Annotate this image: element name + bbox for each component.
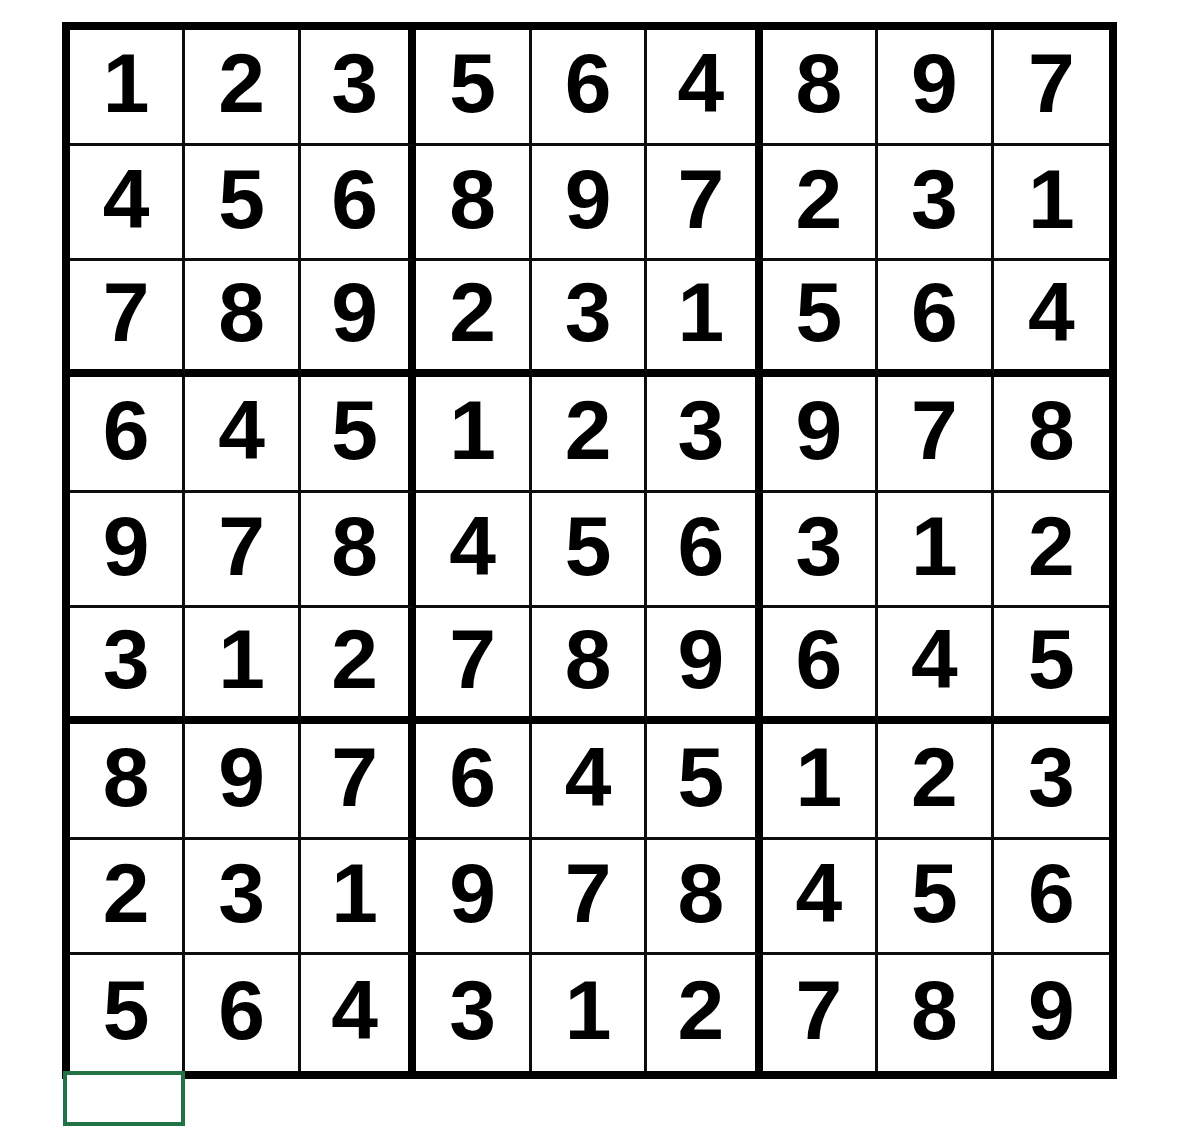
cell-r3c9[interactable]: 4: [994, 261, 1109, 377]
cell-r6c8[interactable]: 4: [878, 608, 993, 724]
cell-r1c6[interactable]: 4: [647, 30, 762, 146]
cell-r4c6[interactable]: 3: [647, 377, 762, 493]
cell-r7c2[interactable]: 9: [185, 724, 300, 840]
cell-r5c9[interactable]: 2: [994, 493, 1109, 609]
cell-r8c4[interactable]: 9: [416, 840, 531, 956]
cell-r7c8[interactable]: 2: [878, 724, 993, 840]
cell-r4c2[interactable]: 4: [185, 377, 300, 493]
cell-r7c3[interactable]: 7: [301, 724, 416, 840]
cell-r9c1[interactable]: 5: [70, 955, 185, 1071]
cell-r5c7[interactable]: 3: [763, 493, 878, 609]
cell-r3c1[interactable]: 7: [70, 261, 185, 377]
cell-r2c8[interactable]: 3: [878, 146, 993, 262]
cell-r1c8[interactable]: 9: [878, 30, 993, 146]
cell-r4c9[interactable]: 8: [994, 377, 1109, 493]
cell-r1c9[interactable]: 7: [994, 30, 1109, 146]
cell-r7c6[interactable]: 5: [647, 724, 762, 840]
cell-r1c5[interactable]: 6: [532, 30, 647, 146]
cell-r7c4[interactable]: 6: [416, 724, 531, 840]
cell-r2c6[interactable]: 7: [647, 146, 762, 262]
cell-r6c4[interactable]: 7: [416, 608, 531, 724]
cell-r8c9[interactable]: 6: [994, 840, 1109, 956]
cell-r3c8[interactable]: 6: [878, 261, 993, 377]
cell-r6c6[interactable]: 9: [647, 608, 762, 724]
cell-r2c4[interactable]: 8: [416, 146, 531, 262]
sudoku-screenshot: 1235648974568972317892315646451239789784…: [0, 0, 1200, 1130]
cell-r1c1[interactable]: 1: [70, 30, 185, 146]
cell-r6c3[interactable]: 2: [301, 608, 416, 724]
cell-r1c7[interactable]: 8: [763, 30, 878, 146]
cell-r5c2[interactable]: 7: [185, 493, 300, 609]
cell-r5c6[interactable]: 6: [647, 493, 762, 609]
cell-r9c6[interactable]: 2: [647, 955, 762, 1071]
cell-r8c1[interactable]: 2: [70, 840, 185, 956]
cell-r3c2[interactable]: 8: [185, 261, 300, 377]
cell-r6c2[interactable]: 1: [185, 608, 300, 724]
cell-r2c3[interactable]: 6: [301, 146, 416, 262]
cell-r4c5[interactable]: 2: [532, 377, 647, 493]
cell-r7c1[interactable]: 8: [70, 724, 185, 840]
cell-r8c5[interactable]: 7: [532, 840, 647, 956]
cell-r6c5[interactable]: 8: [532, 608, 647, 724]
cell-r9c4[interactable]: 3: [416, 955, 531, 1071]
cell-r2c9[interactable]: 1: [994, 146, 1109, 262]
cell-r8c7[interactable]: 4: [763, 840, 878, 956]
cell-r7c7[interactable]: 1: [763, 724, 878, 840]
cell-r9c8[interactable]: 8: [878, 955, 993, 1071]
cell-r8c8[interactable]: 5: [878, 840, 993, 956]
cell-r4c4[interactable]: 1: [416, 377, 531, 493]
cell-r2c7[interactable]: 2: [763, 146, 878, 262]
cell-r9c5[interactable]: 1: [532, 955, 647, 1071]
cell-r4c3[interactable]: 5: [301, 377, 416, 493]
cell-r2c5[interactable]: 9: [532, 146, 647, 262]
active-cell-selection[interactable]: [63, 1071, 185, 1126]
cell-r6c9[interactable]: 5: [994, 608, 1109, 724]
cell-r2c2[interactable]: 5: [185, 146, 300, 262]
cell-r5c4[interactable]: 4: [416, 493, 531, 609]
cell-r5c3[interactable]: 8: [301, 493, 416, 609]
cell-r9c3[interactable]: 4: [301, 955, 416, 1071]
cell-r3c3[interactable]: 9: [301, 261, 416, 377]
cell-r8c2[interactable]: 3: [185, 840, 300, 956]
cell-r7c5[interactable]: 4: [532, 724, 647, 840]
cell-r2c1[interactable]: 4: [70, 146, 185, 262]
cell-r9c2[interactable]: 6: [185, 955, 300, 1071]
cell-r3c7[interactable]: 5: [763, 261, 878, 377]
cell-r7c9[interactable]: 3: [994, 724, 1109, 840]
cell-r3c6[interactable]: 1: [647, 261, 762, 377]
sudoku-board: 1235648974568972317892315646451239789784…: [62, 22, 1117, 1079]
cell-r4c1[interactable]: 6: [70, 377, 185, 493]
cell-r4c8[interactable]: 7: [878, 377, 993, 493]
cell-r1c2[interactable]: 2: [185, 30, 300, 146]
cell-r4c7[interactable]: 9: [763, 377, 878, 493]
cell-r8c3[interactable]: 1: [301, 840, 416, 956]
cell-r8c6[interactable]: 8: [647, 840, 762, 956]
cell-r9c9[interactable]: 9: [994, 955, 1109, 1071]
cell-r9c7[interactable]: 7: [763, 955, 878, 1071]
cell-r3c5[interactable]: 3: [532, 261, 647, 377]
cell-r6c1[interactable]: 3: [70, 608, 185, 724]
cell-r1c4[interactable]: 5: [416, 30, 531, 146]
cell-r3c4[interactable]: 2: [416, 261, 531, 377]
cell-r1c3[interactable]: 3: [301, 30, 416, 146]
cell-r5c5[interactable]: 5: [532, 493, 647, 609]
cell-r5c8[interactable]: 1: [878, 493, 993, 609]
cell-r6c7[interactable]: 6: [763, 608, 878, 724]
cell-r5c1[interactable]: 9: [70, 493, 185, 609]
